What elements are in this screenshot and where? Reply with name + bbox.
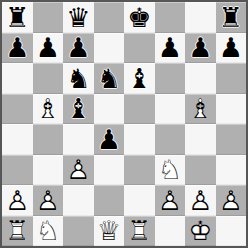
white-piece-outline: ♙	[2, 185, 33, 216]
square-f4[interactable]	[155, 124, 186, 155]
square-b6[interactable]	[33, 63, 64, 94]
black-rook-a8: ♜	[2, 2, 33, 33]
white-pawn-f2: ♟♙	[155, 185, 186, 216]
black-pawn-f7: ♟	[155, 33, 186, 64]
black-piece-fill: ♟	[33, 33, 64, 64]
white-piece-outline: ♙	[155, 185, 186, 216]
black-piece-fill: ♞	[63, 63, 94, 94]
square-a3[interactable]	[2, 155, 33, 186]
black-piece-fill: ♜	[216, 2, 247, 33]
square-h6[interactable]	[216, 63, 247, 94]
black-piece-fill: ♟	[216, 33, 247, 64]
square-c8[interactable]: ♛	[63, 2, 94, 33]
white-king-g1: ♚♔	[185, 216, 216, 247]
square-a2[interactable]: ♟♙	[2, 185, 33, 216]
square-b4[interactable]	[33, 124, 64, 155]
square-e2[interactable]	[124, 185, 155, 216]
white-piece-outline: ♙	[63, 155, 94, 186]
black-bishop-e6: ♝	[124, 63, 155, 94]
square-e5[interactable]	[124, 94, 155, 125]
square-c7[interactable]: ♟	[63, 33, 94, 64]
square-h1[interactable]	[216, 216, 247, 247]
square-g3[interactable]	[185, 155, 216, 186]
black-piece-fill: ♚	[124, 2, 155, 33]
white-piece-outline: ♘	[155, 155, 186, 186]
chess-board: ♜♛♚♜♟♟♟♟♟♟♞♞♝♝♗♝♝♗♟♟♙♞♘♟♙♟♙♟♙♟♙♟♙♜♖♞♘♛♕♜…	[0, 0, 248, 248]
black-piece-fill: ♝	[124, 63, 155, 94]
square-d6[interactable]: ♞	[94, 63, 125, 94]
square-d5[interactable]	[94, 94, 125, 125]
square-f6[interactable]	[155, 63, 186, 94]
black-piece-fill: ♟	[63, 33, 94, 64]
square-g6[interactable]	[185, 63, 216, 94]
square-g4[interactable]	[185, 124, 216, 155]
black-piece-fill: ♟	[155, 33, 186, 64]
white-pawn-g2: ♟♙	[185, 185, 216, 216]
square-f1[interactable]	[155, 216, 186, 247]
square-a8[interactable]: ♜	[2, 2, 33, 33]
square-h2[interactable]: ♟♙	[216, 185, 247, 216]
square-h3[interactable]	[216, 155, 247, 186]
square-a7[interactable]: ♟	[2, 33, 33, 64]
black-piece-fill: ♟	[94, 124, 125, 155]
square-c5[interactable]: ♝	[63, 94, 94, 125]
square-b5[interactable]: ♝♗	[33, 94, 64, 125]
square-c6[interactable]: ♞	[63, 63, 94, 94]
square-b2[interactable]: ♟♙	[33, 185, 64, 216]
square-b7[interactable]: ♟	[33, 33, 64, 64]
black-king-e8: ♚	[124, 2, 155, 33]
black-piece-fill: ♝	[63, 94, 94, 125]
square-d7[interactable]	[94, 33, 125, 64]
square-f7[interactable]: ♟	[155, 33, 186, 64]
square-e7[interactable]	[124, 33, 155, 64]
white-piece-outline: ♗	[33, 94, 64, 125]
square-g8[interactable]	[185, 2, 216, 33]
black-piece-fill: ♞	[94, 63, 125, 94]
black-pawn-d4: ♟	[94, 124, 125, 155]
black-pawn-b7: ♟	[33, 33, 64, 64]
square-h5[interactable]	[216, 94, 247, 125]
square-h8[interactable]: ♜	[216, 2, 247, 33]
white-piece-outline: ♖	[124, 216, 155, 247]
square-a6[interactable]	[2, 63, 33, 94]
square-a5[interactable]	[2, 94, 33, 125]
square-c4[interactable]	[63, 124, 94, 155]
white-knight-f3: ♞♘	[155, 155, 186, 186]
white-piece-outline: ♔	[185, 216, 216, 247]
square-d3[interactable]	[94, 155, 125, 186]
black-piece-fill: ♟	[2, 33, 33, 64]
black-piece-fill: ♟	[185, 33, 216, 64]
square-c2[interactable]	[63, 185, 94, 216]
black-pawn-c7: ♟	[63, 33, 94, 64]
white-bishop-g5: ♝♗	[185, 94, 216, 125]
square-f3[interactable]: ♞♘	[155, 155, 186, 186]
square-g5[interactable]: ♝♗	[185, 94, 216, 125]
square-b3[interactable]	[33, 155, 64, 186]
black-knight-d6: ♞	[94, 63, 125, 94]
white-piece-outline: ♘	[33, 216, 64, 247]
white-piece-outline: ♙	[216, 185, 247, 216]
square-b1[interactable]: ♞♘	[33, 216, 64, 247]
white-bishop-b5: ♝♗	[33, 94, 64, 125]
square-f8[interactable]	[155, 2, 186, 33]
white-rook-a1: ♜♖	[2, 216, 33, 247]
square-f2[interactable]: ♟♙	[155, 185, 186, 216]
square-e6[interactable]: ♝	[124, 63, 155, 94]
square-g1[interactable]: ♚♔	[185, 216, 216, 247]
black-pawn-g7: ♟	[185, 33, 216, 64]
white-pawn-h2: ♟♙	[216, 185, 247, 216]
white-queen-d1: ♛♕	[94, 216, 125, 247]
black-piece-fill: ♛	[63, 2, 94, 33]
square-b8[interactable]	[33, 2, 64, 33]
white-pawn-a2: ♟♙	[2, 185, 33, 216]
square-g2[interactable]: ♟♙	[185, 185, 216, 216]
square-e1[interactable]: ♜♖	[124, 216, 155, 247]
square-d2[interactable]	[94, 185, 125, 216]
square-d1[interactable]: ♛♕	[94, 216, 125, 247]
square-h7[interactable]: ♟	[216, 33, 247, 64]
black-piece-fill: ♜	[2, 2, 33, 33]
white-piece-outline: ♙	[33, 185, 64, 216]
white-pawn-b2: ♟♙	[33, 185, 64, 216]
square-g7[interactable]: ♟	[185, 33, 216, 64]
black-rook-h8: ♜	[216, 2, 247, 33]
black-pawn-a7: ♟	[2, 33, 33, 64]
square-e4[interactable]	[124, 124, 155, 155]
square-c1[interactable]	[63, 216, 94, 247]
white-piece-outline: ♗	[185, 94, 216, 125]
square-a4[interactable]	[2, 124, 33, 155]
white-rook-e1: ♜♖	[124, 216, 155, 247]
black-pawn-h7: ♟	[216, 33, 247, 64]
white-pawn-c3: ♟♙	[63, 155, 94, 186]
square-c3[interactable]: ♟♙	[63, 155, 94, 186]
black-bishop-c5: ♝	[63, 94, 94, 125]
black-knight-c6: ♞	[63, 63, 94, 94]
square-e8[interactable]: ♚	[124, 2, 155, 33]
white-knight-b1: ♞♘	[33, 216, 64, 247]
square-f5[interactable]	[155, 94, 186, 125]
square-d4[interactable]: ♟	[94, 124, 125, 155]
white-piece-outline: ♙	[185, 185, 216, 216]
white-piece-outline: ♕	[94, 216, 125, 247]
black-queen-c8: ♛	[63, 2, 94, 33]
square-d8[interactable]	[94, 2, 125, 33]
square-a1[interactable]: ♜♖	[2, 216, 33, 247]
white-piece-outline: ♖	[2, 216, 33, 247]
square-e3[interactable]	[124, 155, 155, 186]
square-h4[interactable]	[216, 124, 247, 155]
